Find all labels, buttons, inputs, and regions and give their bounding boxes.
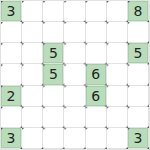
empty-cell-r4c7[interactable] — [128, 64, 149, 85]
empty-cell-r5c2[interactable] — [22, 86, 43, 107]
empty-cell-r4c4[interactable] — [64, 64, 85, 85]
empty-cell-r1c5[interactable] — [86, 1, 107, 22]
empty-cell-r6c7[interactable] — [128, 107, 149, 128]
empty-cell-r1c3[interactable] — [43, 1, 64, 22]
empty-cell-r7c4[interactable] — [64, 128, 85, 149]
given-clue-cell-r3c3: 5 — [43, 43, 64, 64]
empty-cell-r5c7[interactable] — [128, 86, 149, 107]
empty-cell-r7c2[interactable] — [22, 128, 43, 149]
empty-cell-r6c1[interactable] — [1, 107, 22, 128]
empty-cell-r2c5[interactable] — [86, 22, 107, 43]
given-clue-cell-r1c7: 8 — [128, 1, 149, 22]
given-clue-cell-r4c3: 5 — [43, 64, 64, 85]
empty-cell-r6c5[interactable] — [86, 107, 107, 128]
empty-cell-r6c2[interactable] — [22, 107, 43, 128]
empty-cell-r3c2[interactable] — [22, 43, 43, 64]
empty-cell-r4c2[interactable] — [22, 64, 43, 85]
empty-cell-r1c6[interactable] — [107, 1, 128, 22]
empty-cell-r5c4[interactable] — [64, 86, 85, 107]
given-clue-cell-r3c7: 5 — [128, 43, 149, 64]
given-clue-cell-r4c5: 6 — [86, 64, 107, 85]
empty-cell-r1c4[interactable] — [64, 1, 85, 22]
empty-cell-r5c3[interactable] — [43, 86, 64, 107]
empty-cell-r3c5[interactable] — [86, 43, 107, 64]
given-clue-cell-r7c1: 3 — [1, 128, 22, 149]
empty-cell-r1c2[interactable] — [22, 1, 43, 22]
empty-cell-r5c6[interactable] — [107, 86, 128, 107]
empty-cell-r6c3[interactable] — [43, 107, 64, 128]
empty-cell-r2c7[interactable] — [128, 22, 149, 43]
empty-cell-r4c1[interactable] — [1, 64, 22, 85]
given-clue-cell-r5c1: 2 — [1, 86, 22, 107]
empty-cell-r4c6[interactable] — [107, 64, 128, 85]
empty-cell-r2c1[interactable] — [1, 22, 22, 43]
empty-cell-r7c5[interactable] — [86, 128, 107, 149]
empty-cell-r2c2[interactable] — [22, 22, 43, 43]
given-clue-cell-r1c1: 3 — [1, 1, 22, 22]
empty-cell-r6c4[interactable] — [64, 107, 85, 128]
given-clue-cell-r7c7: 3 — [128, 128, 149, 149]
empty-cell-r3c1[interactable] — [1, 43, 22, 64]
empty-cell-r7c3[interactable] — [43, 128, 64, 149]
empty-cell-r3c4[interactable] — [64, 43, 85, 64]
puzzle-board: 3855562633 — [0, 0, 150, 150]
empty-cell-r7c6[interactable] — [107, 128, 128, 149]
empty-cell-r2c3[interactable] — [43, 22, 64, 43]
given-clue-cell-r5c5: 6 — [86, 86, 107, 107]
empty-cell-r3c6[interactable] — [107, 43, 128, 64]
empty-cell-r2c6[interactable] — [107, 22, 128, 43]
empty-cell-r2c4[interactable] — [64, 22, 85, 43]
empty-cell-r6c6[interactable] — [107, 107, 128, 128]
